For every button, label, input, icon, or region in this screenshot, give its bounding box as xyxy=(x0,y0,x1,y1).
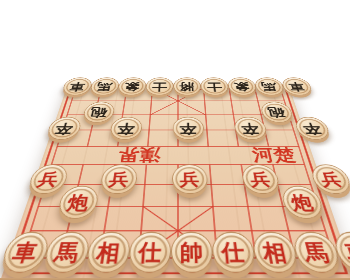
xiangqi-board-photo: 漢界 楚河 車馬象士將士象馬車砲砲卒卒卒卒卒兵兵兵兵兵炮炮車馬相仕帥仕相馬車 xyxy=(0,0,350,280)
piece-red-soldier[interactable]: 兵 xyxy=(308,164,350,194)
piece-character: 車 xyxy=(68,81,86,91)
piece-character: 車 xyxy=(342,241,350,263)
piece-character: 兵 xyxy=(249,171,272,187)
piece-character: 炮 xyxy=(66,194,91,212)
piece-character: 士 xyxy=(152,81,168,91)
piece-character: 將 xyxy=(179,81,194,91)
piece-character: 卒 xyxy=(301,122,323,134)
piece-red-elephant[interactable]: 相 xyxy=(84,231,131,272)
piece-character: 相 xyxy=(261,241,288,263)
piece-black-chariot[interactable]: 車 xyxy=(280,77,314,95)
piece-character: 兵 xyxy=(318,171,343,187)
piece-red-horse[interactable]: 馬 xyxy=(41,231,92,272)
piece-character: 馬 xyxy=(260,81,278,91)
piece-black-chariot[interactable]: 車 xyxy=(60,77,93,95)
piece-character: 車 xyxy=(287,81,306,91)
piece-character: 兵 xyxy=(36,171,60,187)
piece-character: 仕 xyxy=(220,241,245,263)
piece-character: 象 xyxy=(233,81,250,91)
piece-black-soldier[interactable]: 卒 xyxy=(233,117,268,140)
piece-black-horse[interactable]: 馬 xyxy=(253,77,285,95)
piece-red-chariot[interactable]: 車 xyxy=(0,231,52,272)
piece-character: 兵 xyxy=(180,171,200,187)
piece-black-horse[interactable]: 馬 xyxy=(89,77,120,95)
piece-red-advisor[interactable]: 仕 xyxy=(127,231,171,272)
piece-character: 士 xyxy=(206,81,222,91)
piece-black-soldier[interactable]: 卒 xyxy=(108,117,142,140)
piece-character: 卒 xyxy=(179,122,196,134)
piece-black-cannon[interactable]: 砲 xyxy=(81,102,115,123)
piece-black-elephant[interactable]: 象 xyxy=(227,77,258,95)
piece-red-cannon[interactable]: 炮 xyxy=(279,186,326,219)
piece-character: 卒 xyxy=(240,122,259,134)
piece-character: 仕 xyxy=(138,241,162,263)
piece-red-cannon[interactable]: 炮 xyxy=(55,186,100,219)
piece-character: 炮 xyxy=(289,194,315,212)
piece-black-soldier[interactable]: 卒 xyxy=(172,117,204,140)
piece-character: 帥 xyxy=(180,241,203,263)
piece-black-advisor[interactable]: 士 xyxy=(200,77,229,95)
xiangqi-board: 漢界 楚河 車馬象士將士象馬車砲砲卒卒卒卒卒兵兵兵兵兵炮炮車馬相仕帥仕相馬車 xyxy=(1,84,350,278)
piece-red-general[interactable]: 帥 xyxy=(170,231,213,272)
piece-red-soldier[interactable]: 兵 xyxy=(171,164,208,194)
piece-red-soldier[interactable]: 兵 xyxy=(25,164,70,194)
piece-red-advisor[interactable]: 仕 xyxy=(211,231,257,272)
piece-character: 馬 xyxy=(302,241,331,263)
piece-black-soldier[interactable]: 卒 xyxy=(293,117,332,140)
piece-red-soldier[interactable]: 兵 xyxy=(240,164,281,194)
piece-character: 砲 xyxy=(267,106,286,117)
piece-black-elephant[interactable]: 象 xyxy=(117,77,147,95)
piece-character: 卒 xyxy=(117,122,136,134)
piece-black-cannon[interactable]: 砲 xyxy=(259,102,294,123)
piece-character: 象 xyxy=(124,81,140,91)
piece-character: 兵 xyxy=(108,171,130,187)
piece-character: 車 xyxy=(10,241,40,263)
piece-character: 卒 xyxy=(54,122,75,134)
piece-character: 馬 xyxy=(53,241,81,263)
piece-black-general[interactable]: 將 xyxy=(173,77,201,95)
piece-red-soldier[interactable]: 兵 xyxy=(98,164,138,194)
piece-character: 砲 xyxy=(89,106,108,117)
piece-red-horse[interactable]: 馬 xyxy=(290,231,343,272)
piece-black-advisor[interactable]: 士 xyxy=(145,77,173,95)
piece-red-elephant[interactable]: 相 xyxy=(250,231,300,272)
piece-grid: 車馬象士將士象馬車砲砲卒卒卒卒卒兵兵兵兵兵炮炮車馬相仕帥仕相馬車 xyxy=(0,82,350,273)
piece-character: 相 xyxy=(95,241,121,263)
piece-black-soldier[interactable]: 卒 xyxy=(45,117,83,140)
piece-character: 馬 xyxy=(96,81,113,91)
